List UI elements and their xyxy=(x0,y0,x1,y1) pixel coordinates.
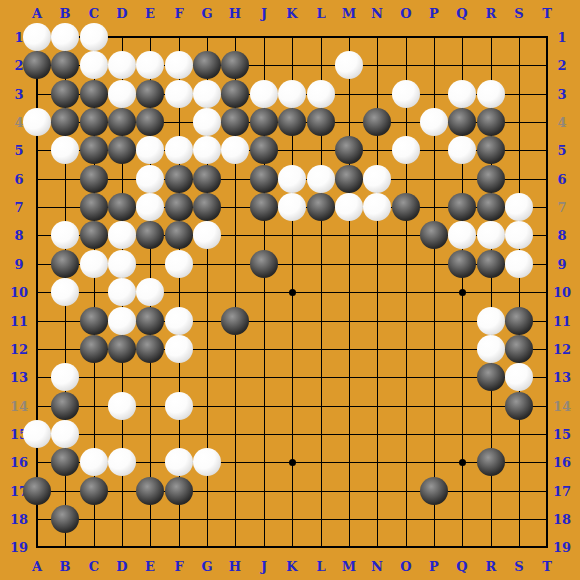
white-stone[interactable] xyxy=(477,80,505,108)
black-stone[interactable] xyxy=(193,165,221,193)
white-stone[interactable] xyxy=(136,136,164,164)
white-stone[interactable] xyxy=(23,23,51,51)
white-stone[interactable] xyxy=(165,80,193,108)
black-stone[interactable] xyxy=(51,250,79,278)
black-stone[interactable] xyxy=(136,221,164,249)
white-stone[interactable] xyxy=(108,278,136,306)
black-stone[interactable] xyxy=(477,448,505,476)
white-stone[interactable] xyxy=(363,193,391,221)
white-stone[interactable] xyxy=(392,80,420,108)
black-stone[interactable] xyxy=(477,250,505,278)
white-stone[interactable] xyxy=(505,193,533,221)
black-stone[interactable] xyxy=(108,193,136,221)
black-stone[interactable] xyxy=(108,335,136,363)
white-stone[interactable] xyxy=(335,193,363,221)
black-stone[interactable] xyxy=(193,51,221,79)
black-stone[interactable] xyxy=(136,80,164,108)
white-stone[interactable] xyxy=(165,51,193,79)
black-stone[interactable] xyxy=(136,477,164,505)
black-stone[interactable] xyxy=(221,51,249,79)
black-stone[interactable] xyxy=(448,193,476,221)
black-stone[interactable] xyxy=(448,108,476,136)
white-stone[interactable] xyxy=(108,307,136,335)
go-board[interactable]: AABBCCDDEEFFGGHHJJKKLLMMNNOOPPQQRRSSTT11… xyxy=(0,0,580,580)
black-stone[interactable] xyxy=(307,108,335,136)
black-stone[interactable] xyxy=(477,136,505,164)
white-stone[interactable] xyxy=(80,23,108,51)
black-stone[interactable] xyxy=(221,307,249,335)
white-stone[interactable] xyxy=(448,221,476,249)
white-stone[interactable] xyxy=(108,80,136,108)
white-stone[interactable] xyxy=(51,363,79,391)
stones-layer xyxy=(0,0,580,580)
white-stone[interactable] xyxy=(505,250,533,278)
black-stone[interactable] xyxy=(80,221,108,249)
white-stone[interactable] xyxy=(278,193,306,221)
black-stone[interactable] xyxy=(477,108,505,136)
white-stone[interactable] xyxy=(51,420,79,448)
white-stone[interactable] xyxy=(363,165,391,193)
white-stone[interactable] xyxy=(505,363,533,391)
black-stone[interactable] xyxy=(335,165,363,193)
black-stone[interactable] xyxy=(108,108,136,136)
black-stone[interactable] xyxy=(51,108,79,136)
black-stone[interactable] xyxy=(165,193,193,221)
white-stone[interactable] xyxy=(23,420,51,448)
black-stone[interactable] xyxy=(250,193,278,221)
white-stone[interactable] xyxy=(193,221,221,249)
black-stone[interactable] xyxy=(392,193,420,221)
white-stone[interactable] xyxy=(108,221,136,249)
white-stone[interactable] xyxy=(335,51,363,79)
black-stone[interactable] xyxy=(80,335,108,363)
black-stone[interactable] xyxy=(505,335,533,363)
white-stone[interactable] xyxy=(505,221,533,249)
black-stone[interactable] xyxy=(420,221,448,249)
black-stone[interactable] xyxy=(363,108,391,136)
white-stone[interactable] xyxy=(278,80,306,108)
black-stone[interactable] xyxy=(307,193,335,221)
white-stone[interactable] xyxy=(108,448,136,476)
black-stone[interactable] xyxy=(193,193,221,221)
black-stone[interactable] xyxy=(477,193,505,221)
black-stone[interactable] xyxy=(221,108,249,136)
white-stone[interactable] xyxy=(307,80,335,108)
black-stone[interactable] xyxy=(505,307,533,335)
black-stone[interactable] xyxy=(221,80,249,108)
white-stone[interactable] xyxy=(477,221,505,249)
black-stone[interactable] xyxy=(136,307,164,335)
white-stone[interactable] xyxy=(108,250,136,278)
white-stone[interactable] xyxy=(165,250,193,278)
white-stone[interactable] xyxy=(136,193,164,221)
black-stone[interactable] xyxy=(80,136,108,164)
white-stone[interactable] xyxy=(477,335,505,363)
black-stone[interactable] xyxy=(477,363,505,391)
white-stone[interactable] xyxy=(51,278,79,306)
white-stone[interactable] xyxy=(307,165,335,193)
black-stone[interactable] xyxy=(80,108,108,136)
white-stone[interactable] xyxy=(51,136,79,164)
black-stone[interactable] xyxy=(80,193,108,221)
white-stone[interactable] xyxy=(165,392,193,420)
black-stone[interactable] xyxy=(250,136,278,164)
black-stone[interactable] xyxy=(80,80,108,108)
white-stone[interactable] xyxy=(448,80,476,108)
black-stone[interactable] xyxy=(51,505,79,533)
black-stone[interactable] xyxy=(165,477,193,505)
white-stone[interactable] xyxy=(108,51,136,79)
black-stone[interactable] xyxy=(165,165,193,193)
white-stone[interactable] xyxy=(193,448,221,476)
black-stone[interactable] xyxy=(80,165,108,193)
black-stone[interactable] xyxy=(420,477,448,505)
white-stone[interactable] xyxy=(136,278,164,306)
black-stone[interactable] xyxy=(448,250,476,278)
black-stone[interactable] xyxy=(108,136,136,164)
black-stone[interactable] xyxy=(23,477,51,505)
black-stone[interactable] xyxy=(505,392,533,420)
white-stone[interactable] xyxy=(80,51,108,79)
white-stone[interactable] xyxy=(165,448,193,476)
white-stone[interactable] xyxy=(51,221,79,249)
white-stone[interactable] xyxy=(221,136,249,164)
white-stone[interactable] xyxy=(108,392,136,420)
white-stone[interactable] xyxy=(165,335,193,363)
white-stone[interactable] xyxy=(448,136,476,164)
white-stone[interactable] xyxy=(136,51,164,79)
black-stone[interactable] xyxy=(136,335,164,363)
black-stone[interactable] xyxy=(477,165,505,193)
white-stone[interactable] xyxy=(193,136,221,164)
black-stone[interactable] xyxy=(278,108,306,136)
black-stone[interactable] xyxy=(250,250,278,278)
black-stone[interactable] xyxy=(23,51,51,79)
white-stone[interactable] xyxy=(136,165,164,193)
white-stone[interactable] xyxy=(165,136,193,164)
black-stone[interactable] xyxy=(51,448,79,476)
black-stone[interactable] xyxy=(80,307,108,335)
black-stone[interactable] xyxy=(165,221,193,249)
white-stone[interactable] xyxy=(392,136,420,164)
white-stone[interactable] xyxy=(477,307,505,335)
white-stone[interactable] xyxy=(51,23,79,51)
white-stone[interactable] xyxy=(193,80,221,108)
white-stone[interactable] xyxy=(80,448,108,476)
black-stone[interactable] xyxy=(250,165,278,193)
black-stone[interactable] xyxy=(51,80,79,108)
white-stone[interactable] xyxy=(193,108,221,136)
white-stone[interactable] xyxy=(23,108,51,136)
white-stone[interactable] xyxy=(420,108,448,136)
white-stone[interactable] xyxy=(278,165,306,193)
black-stone[interactable] xyxy=(250,108,278,136)
black-stone[interactable] xyxy=(51,392,79,420)
black-stone[interactable] xyxy=(136,108,164,136)
black-stone[interactable] xyxy=(51,51,79,79)
black-stone[interactable] xyxy=(80,477,108,505)
white-stone[interactable] xyxy=(165,307,193,335)
white-stone[interactable] xyxy=(80,250,108,278)
white-stone[interactable] xyxy=(250,80,278,108)
black-stone[interactable] xyxy=(335,136,363,164)
